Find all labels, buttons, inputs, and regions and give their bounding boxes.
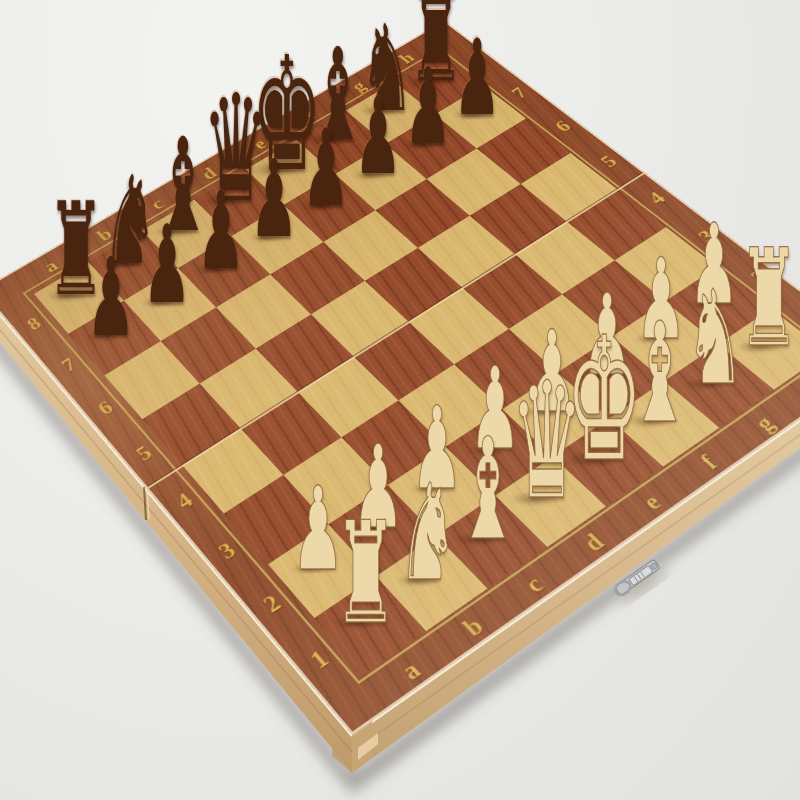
- piece-black-pawn-a7[interactable]: ♟: [87, 244, 136, 353]
- rank-label-right-5: 5: [595, 152, 622, 172]
- rank-label-right-6: 6: [550, 117, 576, 136]
- piece-white-rook-h1[interactable]: ♜: [738, 232, 799, 367]
- piece-white-knight-g1[interactable]: ♞: [686, 273, 745, 403]
- piece-black-pawn-g7[interactable]: ♟: [404, 55, 452, 160]
- rank-label-left-7: 7: [57, 354, 81, 377]
- file-label-bottom-a: a: [395, 655, 427, 686]
- file-label-bottom-b: b: [457, 612, 490, 643]
- file-label-bottom-c: c: [519, 570, 550, 598]
- file-label-bottom-g: g: [748, 410, 781, 436]
- piece-black-pawn-h7[interactable]: ♟: [453, 26, 501, 131]
- scene: aa88bb77cc66dd55ee44ff33gg22hh11 ♜♞♝♛♚♝♞…: [0, 0, 800, 800]
- rank-label-left-5: 5: [131, 441, 157, 466]
- rank-label-left-6: 6: [93, 396, 118, 420]
- piece-black-pawn-f7[interactable]: ♟: [353, 85, 401, 191]
- piece-white-knight-b1[interactable]: ♞: [397, 467, 458, 601]
- piece-black-pawn-b7[interactable]: ♟: [142, 211, 191, 319]
- rank-label-left-4: 4: [171, 488, 198, 514]
- piece-white-bishop-c1[interactable]: ♝: [456, 420, 520, 561]
- file-label-bottom-f: f: [694, 450, 723, 474]
- rank-label-left-1: 1: [304, 644, 334, 674]
- piece-white-rook-a1[interactable]: ♜: [334, 503, 398, 644]
- piece-black-pawn-c7[interactable]: ♟: [196, 179, 245, 286]
- piece-black-pawn-d7[interactable]: ♟: [250, 147, 299, 254]
- rank-label-right-4: 4: [643, 188, 671, 209]
- piece-black-pawn-e7[interactable]: ♟: [302, 116, 350, 222]
- piece-white-queen-d1[interactable]: ♛: [510, 362, 583, 523]
- rank-label-left-2: 2: [257, 589, 286, 618]
- rank-label-right-7: 7: [507, 84, 532, 102]
- rank-label-left-8: 8: [22, 313, 45, 335]
- rank-label-left-3: 3: [213, 537, 241, 564]
